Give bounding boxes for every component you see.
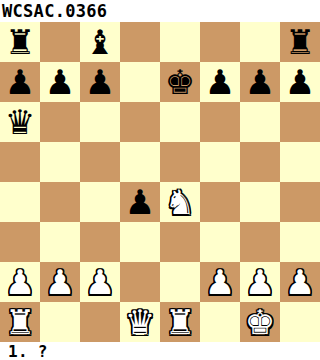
square-d6[interactable] xyxy=(120,102,160,142)
square-c1[interactable] xyxy=(80,302,120,342)
piece-white-pawn: ♟ xyxy=(45,262,75,302)
piece-white-pawn: ♟ xyxy=(85,262,115,302)
square-g5[interactable] xyxy=(240,142,280,182)
piece-white-king: ♚ xyxy=(245,302,275,342)
square-e1[interactable]: ♜ xyxy=(160,302,200,342)
square-e4[interactable]: ♞ xyxy=(160,182,200,222)
square-b7[interactable]: ♟ xyxy=(40,62,80,102)
square-a3[interactable] xyxy=(0,222,40,262)
square-f7[interactable]: ♟ xyxy=(200,62,240,102)
square-d1[interactable]: ♛ xyxy=(120,302,160,342)
square-f4[interactable] xyxy=(200,182,240,222)
square-c3[interactable] xyxy=(80,222,120,262)
square-d7[interactable] xyxy=(120,62,160,102)
square-g1[interactable]: ♚ xyxy=(240,302,280,342)
square-c8[interactable]: ♝ xyxy=(80,22,120,62)
piece-white-pawn: ♟ xyxy=(245,262,275,302)
square-g8[interactable] xyxy=(240,22,280,62)
square-e6[interactable] xyxy=(160,102,200,142)
square-h7[interactable]: ♟ xyxy=(280,62,320,102)
piece-black-rook: ♜ xyxy=(5,22,35,62)
piece-white-pawn: ♟ xyxy=(5,262,35,302)
piece-black-pawn: ♟ xyxy=(285,62,315,102)
piece-black-king: ♚ xyxy=(165,62,195,102)
square-d8[interactable] xyxy=(120,22,160,62)
square-h2[interactable]: ♟ xyxy=(280,262,320,302)
square-a6[interactable]: ♛ xyxy=(0,102,40,142)
square-a8[interactable]: ♜ xyxy=(0,22,40,62)
piece-black-pawn: ♟ xyxy=(85,62,115,102)
square-h8[interactable]: ♜ xyxy=(280,22,320,62)
square-b5[interactable] xyxy=(40,142,80,182)
diagram-title: WCSAC.0366 xyxy=(0,0,320,22)
square-b4[interactable] xyxy=(40,182,80,222)
square-e7[interactable]: ♚ xyxy=(160,62,200,102)
square-h4[interactable] xyxy=(280,182,320,222)
square-a2[interactable]: ♟ xyxy=(0,262,40,302)
square-e5[interactable] xyxy=(160,142,200,182)
square-h3[interactable] xyxy=(280,222,320,262)
square-f5[interactable] xyxy=(200,142,240,182)
square-f1[interactable] xyxy=(200,302,240,342)
square-g3[interactable] xyxy=(240,222,280,262)
piece-black-bishop: ♝ xyxy=(85,22,115,62)
square-f3[interactable] xyxy=(200,222,240,262)
piece-black-pawn: ♟ xyxy=(205,62,235,102)
square-c5[interactable] xyxy=(80,142,120,182)
square-d4[interactable]: ♟ xyxy=(120,182,160,222)
square-a5[interactable] xyxy=(0,142,40,182)
piece-black-rook: ♜ xyxy=(285,22,315,62)
square-e8[interactable] xyxy=(160,22,200,62)
square-f8[interactable] xyxy=(200,22,240,62)
square-c2[interactable]: ♟ xyxy=(80,262,120,302)
square-h5[interactable] xyxy=(280,142,320,182)
square-f6[interactable] xyxy=(200,102,240,142)
piece-white-rook: ♜ xyxy=(5,302,35,342)
square-b6[interactable] xyxy=(40,102,80,142)
chess-board: ♜♝♜♟♟♟♚♟♟♟♛♟♞♟♟♟♟♟♟♜♛♜♚ xyxy=(0,22,320,342)
piece-black-pawn: ♟ xyxy=(245,62,275,102)
square-h1[interactable] xyxy=(280,302,320,342)
square-c7[interactable]: ♟ xyxy=(80,62,120,102)
square-b8[interactable] xyxy=(40,22,80,62)
square-c4[interactable] xyxy=(80,182,120,222)
square-g4[interactable] xyxy=(240,182,280,222)
square-e3[interactable] xyxy=(160,222,200,262)
square-g7[interactable]: ♟ xyxy=(240,62,280,102)
square-d5[interactable] xyxy=(120,142,160,182)
square-d2[interactable] xyxy=(120,262,160,302)
move-prompt: 1. ? xyxy=(0,342,320,360)
square-h6[interactable] xyxy=(280,102,320,142)
square-a4[interactable] xyxy=(0,182,40,222)
piece-white-queen: ♛ xyxy=(125,302,155,342)
square-e2[interactable] xyxy=(160,262,200,302)
piece-black-pawn: ♟ xyxy=(45,62,75,102)
piece-black-pawn: ♟ xyxy=(125,182,155,222)
square-g2[interactable]: ♟ xyxy=(240,262,280,302)
square-c6[interactable] xyxy=(80,102,120,142)
piece-black-pawn: ♟ xyxy=(5,62,35,102)
piece-white-rook: ♜ xyxy=(165,302,195,342)
piece-black-queen: ♛ xyxy=(5,102,35,142)
square-b1[interactable] xyxy=(40,302,80,342)
square-b2[interactable]: ♟ xyxy=(40,262,80,302)
piece-white-pawn: ♟ xyxy=(285,262,315,302)
piece-white-pawn: ♟ xyxy=(205,262,235,302)
square-a7[interactable]: ♟ xyxy=(0,62,40,102)
square-g6[interactable] xyxy=(240,102,280,142)
square-f2[interactable]: ♟ xyxy=(200,262,240,302)
square-a1[interactable]: ♜ xyxy=(0,302,40,342)
square-d3[interactable] xyxy=(120,222,160,262)
piece-white-knight: ♞ xyxy=(165,182,195,222)
square-b3[interactable] xyxy=(40,222,80,262)
